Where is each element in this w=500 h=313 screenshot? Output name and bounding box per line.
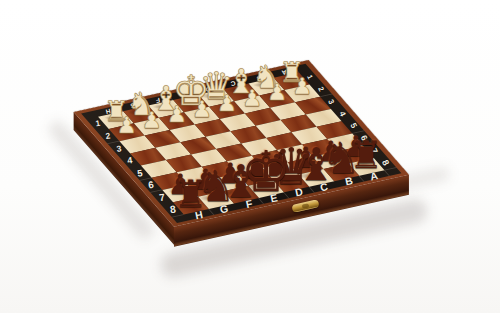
piece-white-pawn-b2[interactable]: ♟ (267, 81, 287, 104)
chess-set-photo: HHGGFFEEDDCCBBAA1122334455667788 ♜♞♝♛♚♝♞… (0, 0, 500, 313)
piece-white-pawn-c2[interactable]: ♟ (242, 86, 262, 109)
piece-white-pawn-e2[interactable]: ♟ (192, 97, 212, 120)
rank-label-left-4: 4 (127, 156, 133, 166)
piece-white-pawn-a2[interactable]: ♟ (292, 75, 312, 98)
piece-black-rook-h8[interactable]: ♜ (174, 175, 208, 213)
rank-label-left-2: 2 (105, 132, 111, 141)
rank-label-left-1: 1 (95, 120, 101, 129)
rank-label-left-3: 3 (116, 144, 122, 153)
piece-white-pawn-f2[interactable]: ♟ (167, 103, 187, 126)
piece-white-pawn-g2[interactable]: ♟ (142, 109, 162, 132)
piece-white-pawn-d2[interactable]: ♟ (217, 92, 237, 115)
piece-white-pawn-h2[interactable]: ♟ (117, 114, 137, 137)
rank-label-left-7: 7 (158, 192, 165, 203)
